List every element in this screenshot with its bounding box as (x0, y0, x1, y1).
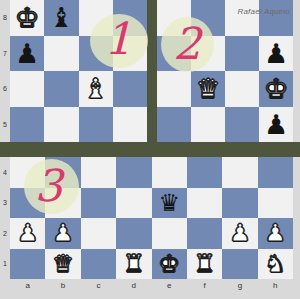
square-h7: ♟ (259, 36, 293, 72)
rank-label-7: 7 (0, 36, 10, 72)
square-d3 (116, 188, 151, 219)
piece-white-bishop-c6: ♝ (84, 75, 108, 102)
piece-black-pawn-h5: ♟ (264, 111, 288, 138)
rank-label-4: 4 (0, 157, 10, 188)
square-c3 (81, 188, 116, 219)
square-a1 (10, 249, 45, 280)
piece-white-king-h6: ♚ (264, 75, 288, 102)
file-label-h: h (258, 279, 293, 299)
square-b5 (44, 107, 78, 143)
square-c1 (81, 249, 116, 280)
square-f5 (191, 107, 225, 143)
piece-black-bishop-b8: ♝ (49, 4, 73, 31)
square-e2 (152, 218, 187, 249)
rank-label-3: 3 (0, 188, 10, 219)
puzzle-number-1: 1 (92, 12, 144, 66)
square-f1: ♜ (187, 249, 222, 280)
rank-label-1: 1 (0, 249, 10, 280)
square-e1: ♚ (152, 249, 187, 280)
square-c2 (81, 218, 116, 249)
piece-white-rook-f1: ♜ (194, 252, 216, 276)
piece-white-pawn-b2: ♟ (52, 221, 74, 245)
square-a5 (10, 107, 44, 143)
file-label-c: c (81, 279, 116, 299)
square-g2: ♟ (222, 218, 257, 249)
rank-labels-board-3: 4321 (0, 157, 10, 279)
piece-white-rook-d1: ♜ (123, 252, 145, 276)
square-f3 (187, 188, 222, 219)
square-f6: ♛ (191, 71, 225, 107)
square-d6 (113, 71, 147, 107)
square-a2: ♟ (10, 218, 45, 249)
square-h2: ♟ (258, 218, 293, 249)
piece-white-queen-b1: ♛ (52, 252, 74, 276)
file-labels-board-3: abcdefgh (10, 279, 293, 299)
rank-label-8: 8 (0, 0, 10, 36)
square-d1: ♜ (116, 249, 151, 280)
file-label-d: d (116, 279, 151, 299)
square-b1: ♛ (45, 249, 80, 280)
square-g5 (225, 107, 259, 143)
file-label-b: b (45, 279, 80, 299)
rank-label-6: 6 (0, 71, 10, 107)
square-c5 (79, 107, 113, 143)
piece-white-pawn-a2: ♟ (17, 221, 39, 245)
square-e4 (152, 157, 187, 188)
watermark-credit: Rafael Aquino (210, 7, 290, 16)
rank-labels-board-1: 8765 (0, 0, 10, 142)
square-c6: ♝ (79, 71, 113, 107)
piece-white-pawn-g2: ♟ (229, 221, 251, 245)
file-label-a: a (10, 279, 45, 299)
chess-puzzle-composite: 8765 ♚♝♟♝ ♟♛♚♟ 4321 ♛♟♟♟♟♛♜♚♜♞ abcdefgh … (0, 0, 300, 299)
rank-label-2: 2 (0, 218, 10, 249)
square-h5: ♟ (259, 107, 293, 143)
square-g3 (222, 188, 257, 219)
square-b7 (44, 36, 78, 72)
piece-white-knight-h1: ♞ (265, 252, 287, 276)
square-d2 (116, 218, 151, 249)
square-h4 (258, 157, 293, 188)
square-h1: ♞ (258, 249, 293, 280)
square-f2 (187, 218, 222, 249)
square-b6 (44, 71, 78, 107)
puzzle-number-2: 2 (161, 16, 213, 72)
file-label-e: e (152, 279, 187, 299)
puzzle-number-3: 3 (21, 158, 76, 214)
square-h3 (258, 188, 293, 219)
square-a8: ♚ (10, 0, 44, 36)
square-g8 (225, 0, 259, 36)
square-c4 (81, 157, 116, 188)
square-g6 (225, 71, 259, 107)
square-a6 (10, 71, 44, 107)
piece-black-pawn-h7: ♟ (264, 40, 288, 67)
file-label-f: f (187, 279, 222, 299)
piece-white-pawn-h2: ♟ (265, 221, 287, 245)
piece-black-queen-e3: ♛ (158, 191, 180, 215)
square-g7 (225, 36, 259, 72)
piece-white-king-e1: ♚ (158, 252, 180, 276)
file-label-g: g (222, 279, 257, 299)
square-h8 (259, 0, 293, 36)
piece-black-pawn-a7: ♟ (15, 40, 39, 67)
piece-white-queen-f6: ♛ (196, 75, 220, 102)
square-e5 (157, 107, 191, 143)
square-h6: ♚ (259, 71, 293, 107)
square-d5 (113, 107, 147, 143)
square-a7: ♟ (10, 36, 44, 72)
square-b2: ♟ (45, 218, 80, 249)
square-b8: ♝ (44, 0, 78, 36)
rank-label-5: 5 (0, 107, 10, 143)
square-g1 (222, 249, 257, 280)
piece-white-king-a8: ♚ (15, 4, 39, 31)
square-e6 (157, 71, 191, 107)
square-f4 (187, 157, 222, 188)
square-g4 (222, 157, 257, 188)
square-d4 (116, 157, 151, 188)
square-e3: ♛ (152, 188, 187, 219)
